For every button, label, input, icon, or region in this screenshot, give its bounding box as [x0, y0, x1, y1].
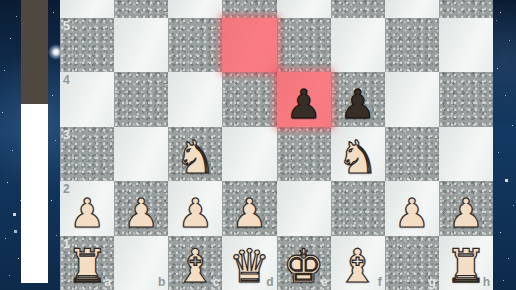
- square-f6[interactable]: [331, 0, 385, 18]
- square-c1[interactable]: c♝: [168, 236, 222, 290]
- square-g6[interactable]: [385, 0, 439, 18]
- rank-label-5: 5: [63, 20, 70, 32]
- square-c6[interactable]: [168, 0, 222, 18]
- star-field: [0, 0, 1, 1]
- square-b6[interactable]: [114, 0, 168, 18]
- file-label-a: a: [104, 276, 111, 288]
- square-e4[interactable]: ♟: [277, 72, 331, 126]
- square-a4[interactable]: 4: [60, 72, 114, 126]
- square-f3[interactable]: ♞: [331, 127, 385, 181]
- white-pawn-g2[interactable]: ♟: [385, 193, 439, 233]
- black-pawn-f4[interactable]: ♟: [331, 84, 385, 124]
- file-label-c: c: [213, 276, 220, 288]
- black-pawn-e4[interactable]: ♟: [277, 84, 331, 124]
- square-f4[interactable]: ♟: [331, 72, 385, 126]
- square-c2[interactable]: ♟: [168, 181, 222, 235]
- square-a6[interactable]: [60, 0, 114, 18]
- rank-label-1: 1: [63, 238, 70, 250]
- rank-label-4: 4: [63, 74, 70, 86]
- file-label-f: f: [378, 276, 382, 288]
- square-d3[interactable]: [222, 127, 276, 181]
- square-d2[interactable]: ♟: [222, 181, 276, 235]
- white-bishop-f1[interactable]: ♝: [331, 243, 385, 289]
- square-e5[interactable]: [277, 18, 331, 72]
- square-d4[interactable]: [222, 72, 276, 126]
- square-h5[interactable]: [439, 18, 493, 72]
- square-c4[interactable]: [168, 72, 222, 126]
- square-f2[interactable]: [331, 181, 385, 235]
- square-d5[interactable]: [222, 18, 276, 72]
- square-f5[interactable]: [331, 18, 385, 72]
- square-g5[interactable]: [385, 18, 439, 72]
- square-h2[interactable]: ♟: [439, 181, 493, 235]
- square-g1[interactable]: g: [385, 236, 439, 290]
- white-pawn-c2[interactable]: ♟: [168, 193, 222, 233]
- square-b2[interactable]: ♟: [114, 181, 168, 235]
- square-b1[interactable]: b: [114, 236, 168, 290]
- left-bar-dark-segment: [21, 0, 48, 104]
- square-b5[interactable]: [114, 18, 168, 72]
- white-knight-f3[interactable]: ♞: [331, 134, 385, 180]
- square-a1[interactable]: 1a♜: [60, 236, 114, 290]
- square-f1[interactable]: f♝: [331, 236, 385, 290]
- square-g4[interactable]: [385, 72, 439, 126]
- square-a2[interactable]: 2♟: [60, 181, 114, 235]
- file-label-b: b: [158, 276, 165, 288]
- square-e6[interactable]: [277, 0, 331, 18]
- white-pawn-d2[interactable]: ♟: [222, 193, 276, 233]
- rank-label-3: 3: [63, 129, 70, 141]
- square-b4[interactable]: [114, 72, 168, 126]
- square-e3[interactable]: [277, 127, 331, 181]
- square-e1[interactable]: e♚: [277, 236, 331, 290]
- white-pawn-h2[interactable]: ♟: [439, 193, 493, 233]
- square-h1[interactable]: h♜: [439, 236, 493, 290]
- square-h4[interactable]: [439, 72, 493, 126]
- file-label-e: e: [321, 276, 328, 288]
- left-bar-white-segment: [21, 104, 48, 283]
- video-frame: 54♟♟3♞♞2♟♟♟♟♟♟1a♜bc♝d♛e♚f♝gh♜: [0, 0, 516, 290]
- square-g2[interactable]: ♟: [385, 181, 439, 235]
- square-d6[interactable]: [222, 0, 276, 18]
- white-pawn-b2[interactable]: ♟: [114, 193, 168, 233]
- square-e2[interactable]: [277, 181, 331, 235]
- square-g3[interactable]: [385, 127, 439, 181]
- white-knight-c3[interactable]: ♞: [168, 134, 222, 180]
- file-label-g: g: [429, 276, 436, 288]
- white-pawn-a2[interactable]: ♟: [60, 193, 114, 233]
- square-h3[interactable]: [439, 127, 493, 181]
- square-a3[interactable]: 3: [60, 127, 114, 181]
- square-h6[interactable]: [439, 0, 493, 18]
- square-c3[interactable]: ♞: [168, 127, 222, 181]
- square-d1[interactable]: d♛: [222, 236, 276, 290]
- chess-board: 54♟♟3♞♞2♟♟♟♟♟♟1a♜bc♝d♛e♚f♝gh♜: [60, 0, 493, 290]
- square-b3[interactable]: [114, 127, 168, 181]
- square-a5[interactable]: 5: [60, 18, 114, 72]
- file-label-d: d: [266, 276, 273, 288]
- square-c5[interactable]: [168, 18, 222, 72]
- rank-label-2: 2: [63, 183, 70, 195]
- file-label-h: h: [483, 276, 490, 288]
